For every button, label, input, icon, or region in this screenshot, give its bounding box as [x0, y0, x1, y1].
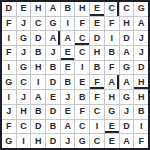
grid-cell-r7c9[interactable]: G	[120, 90, 134, 104]
grid-cell-r10c3[interactable]: H	[31, 134, 45, 148]
grid-cell-r9c1[interactable]: F	[2, 120, 16, 134]
grid-cell-r4c2[interactable]: J	[17, 46, 31, 60]
grid-cell-r7c6[interactable]: B	[75, 90, 89, 104]
grid-cell-r7c5[interactable]: J	[61, 90, 75, 104]
grid-cell-r9c4[interactable]: B	[46, 120, 60, 134]
grid-cell-r6c2[interactable]: C	[17, 75, 31, 89]
grid-cell-r3c2[interactable]: G	[17, 31, 31, 45]
grid-cell-r4c3[interactable]: B	[31, 46, 45, 60]
grid-cell-r3c4[interactable]: A	[46, 31, 60, 45]
grid-cell-r5c8[interactable]: F	[105, 61, 119, 75]
grid-cell-r5c7[interactable]: B	[90, 61, 104, 75]
grid-cell-r9c5[interactable]: A	[61, 120, 75, 134]
grid-cell-r5c5[interactable]: E	[61, 61, 75, 75]
grid-cell-r4c5[interactable]: E	[61, 46, 75, 60]
grid-cell-r5c9[interactable]: G	[120, 61, 134, 75]
grid-cell-r4c4[interactable]: J	[46, 46, 60, 60]
grid-cell-r3c3[interactable]: D	[31, 31, 45, 45]
grid-cell-r10c9[interactable]: A	[120, 134, 134, 148]
grid-cell-r8c4[interactable]: D	[46, 105, 60, 119]
letter-grid: DEHABHECCGFJCGIFEFHAIGDAACDIDJFJBJECHBAJ…	[0, 0, 150, 150]
grid-cell-r10c2[interactable]: I	[17, 134, 31, 148]
grid-cell-r2c1[interactable]: F	[2, 17, 16, 31]
grid-cell-r8c10[interactable]: B	[134, 105, 148, 119]
grid-cell-r7c8[interactable]: H	[105, 90, 119, 104]
grid-cell-r4c8[interactable]: B	[105, 46, 119, 60]
grid-cell-r8c1[interactable]: J	[2, 105, 16, 119]
grid-cell-r1c5[interactable]: B	[61, 2, 75, 16]
grid-cell-r5c4[interactable]: B	[46, 61, 60, 75]
grid-cell-r3c7[interactable]: D	[90, 31, 104, 45]
grid-cell-r1c4[interactable]: A	[46, 2, 60, 16]
grid-cell-r8c6[interactable]: F	[75, 105, 89, 119]
grid-cell-r10c5[interactable]: J	[61, 134, 75, 148]
grid-cell-r9c2[interactable]: C	[17, 120, 31, 134]
grid-cell-r7c2[interactable]: J	[17, 90, 31, 104]
grid-cell-r9c3[interactable]: D	[31, 120, 45, 134]
grid-cell-r10c8[interactable]: E	[105, 134, 119, 148]
grid-cell-r2c9[interactable]: H	[120, 17, 134, 31]
grid-cell-r5c6[interactable]: I	[75, 61, 89, 75]
grid-cell-r4c10[interactable]: J	[134, 46, 148, 60]
grid-cell-r1c6[interactable]: H	[75, 2, 89, 16]
grid-cell-r10c4[interactable]: D	[46, 134, 60, 148]
grid-cell-r2c3[interactable]: C	[31, 17, 45, 31]
grid-cell-r8c3[interactable]: B	[31, 105, 45, 119]
grid-cell-r7c7[interactable]: F	[90, 90, 104, 104]
grid-cell-r3c9[interactable]: D	[120, 31, 134, 45]
grid-cell-r3c6[interactable]: C	[75, 31, 89, 45]
grid-cell-r6c4[interactable]: D	[46, 75, 60, 89]
grid-cell-r6c1[interactable]: G	[2, 75, 16, 89]
grid-cell-r4c9[interactable]: A	[120, 46, 134, 60]
grid-cell-r2c6[interactable]: F	[75, 17, 89, 31]
grid-cell-r9c9[interactable]: D	[120, 120, 134, 134]
grid-cell-r2c10[interactable]: A	[134, 17, 148, 31]
grid-cell-r6c7[interactable]: F	[90, 75, 104, 89]
grid-cell-r6c8[interactable]: A	[105, 75, 119, 89]
grid-cell-r4c1[interactable]: F	[2, 46, 16, 60]
grid-cell-r2c8[interactable]: F	[105, 17, 119, 31]
grid-cell-r8c9[interactable]: J	[120, 105, 134, 119]
grid-cell-r6c5[interactable]: B	[61, 75, 75, 89]
grid-cell-r1c3[interactable]: H	[31, 2, 45, 16]
grid-cell-r9c8[interactable]: E	[105, 120, 119, 134]
grid-cell-r2c5[interactable]: I	[61, 17, 75, 31]
grid-cell-r5c2[interactable]: G	[17, 61, 31, 75]
grid-cell-r7c10[interactable]: H	[134, 90, 148, 104]
grid-cell-r8c8[interactable]: G	[105, 105, 119, 119]
grid-cell-r4c6[interactable]: C	[75, 46, 89, 60]
grid-cell-r3c1[interactable]: I	[2, 31, 16, 45]
grid-cell-r6c10[interactable]: H	[134, 75, 148, 89]
grid-cell-r1c8[interactable]: C	[105, 2, 119, 16]
grid-cell-r1c2[interactable]: E	[17, 2, 31, 16]
grid-cell-r1c10[interactable]: G	[134, 2, 148, 16]
grid-cell-r9c6[interactable]: C	[75, 120, 89, 134]
grid-cell-r10c1[interactable]: G	[2, 134, 16, 148]
grid-cell-r8c5[interactable]: E	[61, 105, 75, 119]
grid-cell-r7c1[interactable]: I	[2, 90, 16, 104]
grid-cell-r1c7[interactable]: E	[90, 2, 104, 16]
grid-cell-r5c1[interactable]: I	[2, 61, 16, 75]
grid-cell-r10c6[interactable]: G	[75, 134, 89, 148]
grid-cell-r6c3[interactable]: I	[31, 75, 45, 89]
grid-cell-r9c10[interactable]: I	[134, 120, 148, 134]
grid-cell-r3c8[interactable]: I	[105, 31, 119, 45]
grid-cell-r2c7[interactable]: E	[90, 17, 104, 31]
grid-cell-r8c2[interactable]: H	[17, 105, 31, 119]
grid-cell-r3c5[interactable]: A	[61, 31, 75, 45]
grid-cell-r6c6[interactable]: E	[75, 75, 89, 89]
grid-cell-r1c9[interactable]: C	[120, 2, 134, 16]
grid-cell-r1c1[interactable]: D	[2, 2, 16, 16]
grid-cell-r4c7[interactable]: H	[90, 46, 104, 60]
grid-cell-r2c2[interactable]: J	[17, 17, 31, 31]
grid-cell-r10c7[interactable]: C	[90, 134, 104, 148]
grid-cell-r9c7[interactable]: I	[90, 120, 104, 134]
grid-cell-r6c9[interactable]: A	[120, 75, 134, 89]
grid-cell-r5c3[interactable]: H	[31, 61, 45, 75]
grid-cell-r7c3[interactable]: A	[31, 90, 45, 104]
grid-cell-r8c7[interactable]: C	[90, 105, 104, 119]
grid-cell-r7c4[interactable]: E	[46, 90, 60, 104]
grid-cell-r2c4[interactable]: G	[46, 17, 60, 31]
grid-cell-r10c10[interactable]: F	[134, 134, 148, 148]
grid-cell-r5c10[interactable]: D	[134, 61, 148, 75]
grid-cell-r3c10[interactable]: J	[134, 31, 148, 45]
